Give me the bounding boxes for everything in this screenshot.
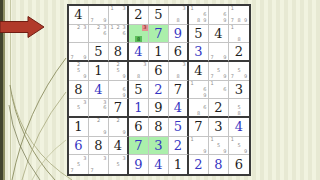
cell-r7c4[interactable]: 6 [129,118,149,137]
pencil-marks: 68 [189,99,208,116]
arrow-decoration [0,0,60,50]
cell-r1c3[interactable]: 13 [109,6,129,25]
pencil-marks: 259 [69,62,88,80]
pencil-marks: 13 [109,6,127,24]
pencil-marks: 69 [109,81,127,99]
empty-mark-slot [242,110,249,116]
given-digit: 7 [194,120,202,133]
given-digit: 1 [154,45,162,58]
cell-r6c6[interactable]: 4 [169,99,189,118]
entered-digit: 6 [74,139,82,152]
cell-r7c3[interactable]: 29 [109,118,129,137]
pencil-mark: 9 [242,74,249,80]
given-digit: 4 [74,8,82,21]
pencil-mark: 9 [202,92,208,98]
cell-r2c6[interactable]: 9 [169,25,189,44]
cell-r9c5[interactable]: 4 [149,155,169,174]
pencil-mark: 9 [121,92,127,98]
pencil-mark: 8 [236,18,243,24]
cell-r5c6[interactable]: 7 [169,81,189,100]
entered-digit: 5 [174,120,182,133]
cell-r9c7[interactable]: 2 [189,155,209,174]
entered-digit: 9 [174,27,182,40]
given-digit: 7 [114,101,122,114]
pencil-mark: 9 [202,148,208,154]
pencil-mark: 9 [222,18,228,24]
empty-mark-slot [102,168,108,174]
pencil-mark: 9 [82,54,88,60]
pencil-mark: 9 [102,18,108,24]
given-digit: 6 [134,120,142,133]
empty-mark-slot [181,18,187,24]
given-digit: 4 [194,64,202,77]
given-digit: 8 [74,83,82,96]
empty-mark-slot [82,110,88,116]
pencil-marks: 79 [209,43,228,60]
given-digit: 1 [174,158,182,171]
empty-mark-slot [222,92,228,98]
cell-r4c2[interactable]: 1 [89,62,109,81]
cell-r1c9[interactable]: 1789 [229,6,249,25]
cell-r5c1[interactable]: 8 [69,81,89,100]
cell-r9c8[interactable]: 8 [209,155,229,174]
cell-r5c5[interactable]: 2 [149,81,169,100]
cell-r9c4[interactable]: 9 [129,155,149,174]
cell-r2c4[interactable]: 38 [129,25,149,44]
cell-r2c7[interactable]: 5 [189,25,209,44]
cell-r5c7[interactable]: 169 [189,81,209,100]
given-digit: 4 [214,27,222,40]
pencil-marks: 35 [69,99,88,116]
pencil-marks: 18 [229,25,249,43]
given-digit: 4 [114,139,122,152]
cell-r3c9[interactable]: 2 [229,43,249,62]
cell-r8c6[interactable]: 2 [169,137,189,156]
cell-r2c1[interactable]: 23 [69,25,89,44]
pencil-marks: 79 [89,6,108,24]
given-digit: 6 [235,158,243,171]
entered-digit: 2 [174,139,182,152]
cell-r5c9[interactable]: 3 [229,81,249,100]
cell-r4c7[interactable]: 4 [189,62,209,81]
cell-r4c1[interactable]: 259 [69,62,89,81]
empty-mark-slot [102,36,108,42]
cell-r5c8[interactable]: 16 [209,81,229,100]
empty-mark-slot [181,74,187,80]
pencil-mark: 9 [242,148,249,154]
entered-digit: 8 [214,158,222,171]
cell-r2c8[interactable]: 4 [209,25,229,44]
given-digit: 2 [235,45,243,58]
entered-digit: 4 [134,45,142,58]
cell-r3c1[interactable]: 79 [69,43,89,62]
cell-r6c8[interactable]: 2 [209,99,229,118]
cell-r4c6[interactable]: 38 [169,62,189,81]
pencil-marks: 357 [69,155,88,174]
given-digit: 3 [235,83,243,96]
given-digit: 8 [154,120,162,133]
pencil-marks: 23 [69,25,88,43]
empty-mark-slot [82,36,88,42]
empty-mark-slot [102,110,108,116]
pencil-marks: 1689 [189,6,208,24]
entered-digit: 1 [134,101,142,114]
pencil-mark: 9 [242,18,249,24]
pencil-mark: 8 [236,110,243,116]
cell-r9c9[interactable]: 6 [229,155,249,174]
pencil-marks: 1789 [229,6,249,24]
cell-r7c2[interactable]: 29 [89,118,109,137]
pencil-marks: 38 [169,62,187,80]
given-digit: 6 [154,64,162,77]
pencil-mark: 9 [222,54,228,60]
entered-digit: 2 [154,83,162,96]
pencil-mark: 7 [229,74,236,80]
pencil-marks: 169 [189,81,208,99]
pencil-marks: 38 [129,25,148,43]
cell-r4c9[interactable]: 579 [229,62,249,81]
cell-r3c7[interactable]: 3 [189,43,209,62]
pencil-marks: 35 [109,155,127,174]
pencil-mark: 9 [121,130,127,136]
pencil-marks: 236 [89,25,108,43]
given-digit: 5 [94,45,102,58]
cell-r7c6[interactable]: 5 [169,118,189,137]
cell-r2c2[interactable]: 236 [89,25,109,44]
cell-r3c3[interactable]: 8 [109,43,129,62]
given-digit: 2 [134,8,142,21]
pencil-marks: 37 [89,155,108,174]
pencil-marks: 579 [209,62,228,80]
empty-mark-slot [229,110,236,116]
pencil-marks: 159 [229,137,249,155]
cell-r1c2[interactable]: 79 [89,6,109,25]
cell-r3c4[interactable]: 4 [129,43,149,62]
cell-r9c6[interactable]: 1 [169,155,189,174]
entered-digit: 4 [94,83,102,96]
cell-r6c5[interactable]: 9 [149,99,169,118]
entered-digit: 9 [134,158,142,171]
cell-r2c3[interactable]: 1236 [109,25,129,44]
pencil-marks: 69 [209,6,228,24]
cell-r9c3[interactable]: 35 [109,155,129,174]
entered-digit: 4 [235,120,243,133]
empty-mark-slot [121,168,127,174]
cell-r8c1[interactable]: 6 [69,137,89,156]
cell-r6c1[interactable]: 35 [69,99,89,118]
empty-mark-slot [229,148,236,154]
given-digit: 8 [114,45,122,58]
given-digit: 5 [154,8,162,21]
empty-mark-slot [242,36,249,42]
entered-digit: 7 [134,139,142,152]
cell-r4c5[interactable]: 6 [149,62,169,81]
cell-r8c8[interactable]: 159 [209,137,229,156]
cell-r2c9[interactable]: 18 [229,25,249,44]
given-digit: 8 [94,139,102,152]
cell-r1c8[interactable]: 69 [209,6,229,25]
empty-mark-slot [236,148,243,154]
cell-r4c4[interactable]: 38 [129,62,149,81]
entered-digit: 3 [154,139,162,152]
pencil-marks: 1236 [109,25,127,43]
cell-r6c9[interactable]: 58 [229,99,249,118]
cell-r3c8[interactable]: 79 [209,43,229,62]
cell-r6c7[interactable]: 68 [189,99,209,118]
cell-r7c5[interactable]: 8 [149,118,169,137]
empty-mark-slot [142,36,148,42]
cell-r1c7[interactable]: 1689 [189,6,209,25]
pencil-mark: 9 [202,18,208,24]
slide-background: 4791325381689691789232361236387954187958… [0,0,320,180]
cell-r6c2[interactable]: 36 [89,99,109,118]
empty-mark-slot [82,168,88,174]
cell-r8c4[interactable]: 7 [129,137,149,156]
pencil-marks: 19 [189,137,208,155]
cell-r5c3[interactable]: 69 [109,81,129,100]
cell-r8c9[interactable]: 159 [229,137,249,156]
cell-r4c3[interactable]: 259 [109,62,129,81]
given-digit: 1 [94,64,102,77]
given-digit: 9 [154,101,162,114]
pencil-mark: 9 [222,74,228,80]
cell-r8c5[interactable]: 3 [149,137,169,156]
given-digit: 2 [214,101,222,114]
pencil-marks: 259 [109,62,127,80]
pencil-marks: 159 [209,137,228,155]
given-digit: 5 [134,83,142,96]
cell-r3c2[interactable]: 5 [89,43,109,62]
entered-digit: 4 [174,101,182,114]
empty-mark-slot [121,36,127,42]
pencil-marks: 58 [229,99,249,116]
cell-r5c2[interactable]: 4 [89,81,109,100]
cell-r8c2[interactable]: 8 [89,137,109,156]
pencil-marks: 36 [89,99,108,116]
cell-r8c3[interactable]: 4 [109,137,129,156]
entered-digit: 2 [194,158,202,171]
pencil-mark: 8 [236,36,243,42]
cell-r2c5[interactable]: 7 [149,25,169,44]
pencil-marks: 38 [169,6,187,24]
given-digit: 6 [174,45,182,58]
entered-digit: 7 [154,27,162,40]
empty-mark-slot [202,110,208,116]
cell-r5c4[interactable]: 5 [129,81,149,100]
cell-r7c7[interactable]: 7 [189,118,209,137]
pencil-mark: 7 [229,18,236,24]
empty-mark-slot [142,74,148,80]
pencil-marks: 79 [69,43,88,60]
given-digit: 7 [174,83,182,96]
pencil-marks: 29 [109,118,127,136]
cell-r8c7[interactable]: 19 [189,137,209,156]
cell-r9c2[interactable]: 37 [89,155,109,174]
cell-r1c5[interactable]: 5 [149,6,169,25]
pencil-marks: 38 [129,62,148,80]
empty-mark-slot [229,36,236,42]
pencil-mark: 9 [82,74,88,80]
given-digit: 1 [74,120,82,133]
entered-digit: 3 [194,45,202,58]
sudoku-board: 4791325381689691789232361236387954187958… [67,4,251,176]
cell-r3c6[interactable]: 6 [169,43,189,62]
cell-r6c4[interactable]: 1 [129,99,149,118]
cell-r3c5[interactable]: 1 [149,43,169,62]
cell-r1c6[interactable]: 38 [169,6,189,25]
cell-r7c1[interactable]: 1 [69,118,89,137]
cell-r1c4[interactable]: 2 [129,6,149,25]
empty-mark-slot [236,74,243,80]
pencil-marks: 29 [89,118,108,136]
entered-digit: 4 [154,158,162,171]
pencil-marks: 579 [229,62,249,80]
empty-mark-slot [121,18,127,24]
cell-r1c1[interactable]: 4 [69,6,89,25]
pencil-mark: 9 [222,148,228,154]
cell-r6c3[interactable]: 7 [109,99,129,118]
given-digit: 5 [194,27,202,40]
pencil-mark: 9 [121,74,127,80]
pencil-marks: 16 [209,81,228,99]
pencil-mark: 9 [102,130,108,136]
cell-r7c8[interactable]: 3 [209,118,229,137]
given-digit: 3 [214,120,222,133]
cell-r4c8[interactable]: 579 [209,62,229,81]
cell-r9c1[interactable]: 357 [69,155,89,174]
cell-r7c9[interactable]: 4 [229,118,249,137]
